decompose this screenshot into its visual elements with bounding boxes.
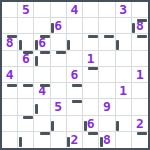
given-digit-r5c9[interactable]: 1	[132, 67, 148, 83]
cell-r9c8[interactable]	[116, 132, 132, 148]
cell-r2c7[interactable]	[99, 18, 115, 34]
consecutive-marker-r1c9-r2c9	[137, 19, 147, 22]
consecutive-marker-r3c7-r3c8	[116, 40, 119, 50]
cell-r2c6[interactable]	[83, 18, 99, 34]
cell-r1c9[interactable]	[132, 2, 148, 18]
consecutive-marker-r3c1-r3c2	[19, 40, 22, 50]
cell-r3c4[interactable]	[51, 34, 67, 50]
consecutive-marker-r8c7-r8c8	[116, 121, 119, 131]
cell-r2c3[interactable]	[34, 18, 50, 34]
consecutive-marker-r2c9-r3c9	[137, 35, 147, 38]
given-digit-r1c8[interactable]: 3	[116, 2, 132, 18]
given-digit-r7c7[interactable]: 9	[99, 99, 115, 115]
cell-r6c9[interactable]	[132, 83, 148, 99]
cell-r5c2[interactable]	[18, 67, 34, 83]
consecutive-marker-r9c4-r9c5	[67, 137, 70, 147]
consecutive-marker-r8c6-r9c6	[88, 132, 98, 135]
cell-r2c8[interactable]	[116, 18, 132, 34]
consecutive-marker-r5c3-r6c3	[40, 84, 50, 87]
given-digit-r1c2[interactable]: 5	[18, 2, 34, 18]
cell-r5c8[interactable]	[116, 67, 132, 83]
consecutive-marker-r7c2-r8c2	[23, 116, 33, 119]
cell-r7c6[interactable]	[83, 99, 99, 115]
consecutive-marker-r5c5-r6c5	[72, 84, 82, 87]
cell-r6c6[interactable]	[83, 83, 99, 99]
consecutive-marker-r3c2-r4c2	[23, 51, 33, 54]
cell-r1c7[interactable]	[99, 2, 115, 18]
cell-r8c1[interactable]	[2, 116, 18, 132]
cell-r4c5[interactable]	[67, 51, 83, 67]
cell-r4c1[interactable]	[2, 51, 18, 67]
consecutive-marker-r8c3-r8c4	[51, 121, 54, 131]
consecutive-marker-r9c1-r9c2	[19, 137, 22, 147]
consecutive-marker-r2c8-r2c9	[132, 23, 135, 33]
consecutive-marker-r2c1-r3c1	[7, 35, 17, 38]
cell-r1c6[interactable]	[83, 2, 99, 18]
cell-r9c1[interactable]	[2, 132, 18, 148]
consecutive-marker-r8c5-r8c6	[84, 121, 87, 131]
cell-r7c9[interactable]	[132, 99, 148, 115]
cell-r6c4[interactable]	[51, 83, 67, 99]
cell-r8c3[interactable]	[34, 116, 50, 132]
cell-r7c2[interactable]	[18, 99, 34, 115]
consecutive-marker-r3c2-r3c3	[35, 40, 38, 50]
cell-r4c8[interactable]	[116, 51, 132, 67]
cell-r2c5[interactable]	[67, 18, 83, 34]
cell-r8c5[interactable]	[67, 116, 83, 132]
consecutive-marker-r7c2-r7c3	[35, 104, 38, 114]
cell-r4c9[interactable]	[132, 51, 148, 67]
consecutive-marker-r2c3-r2c4	[51, 23, 54, 33]
consecutive-marker-r8c3-r9c3	[40, 132, 50, 135]
cell-r5c7[interactable]	[99, 67, 115, 83]
consecutive-marker-r2c3-r3c3	[40, 35, 50, 38]
given-digit-r8c9[interactable]: 2	[132, 116, 148, 132]
consecutive-marker-r5c1-r6c1	[7, 84, 17, 87]
given-digit-r4c6[interactable]: 1	[83, 51, 99, 67]
sudoku-board: 54368866146141596228	[0, 0, 150, 150]
cell-r6c7[interactable]	[99, 83, 115, 99]
cell-r9c4[interactable]	[51, 132, 67, 148]
cell-r2c1[interactable]	[2, 18, 18, 34]
consecutive-marker-r2c7-r3c7	[104, 35, 114, 38]
cell-r1c3[interactable]	[34, 2, 50, 18]
given-digit-r5c5[interactable]: 6	[67, 67, 83, 83]
cell-r2c2[interactable]	[18, 18, 34, 34]
consecutive-marker-r5c2-r6c2	[23, 84, 33, 87]
consecutive-marker-r9c6-r9c7	[100, 137, 103, 147]
consecutive-marker-r2c6-r3c6	[88, 35, 98, 38]
cell-r5c4[interactable]	[51, 67, 67, 83]
consecutive-marker-r6c5-r7c5	[72, 100, 82, 103]
cell-r7c8[interactable]	[116, 99, 132, 115]
cell-r8c7[interactable]	[99, 116, 115, 132]
consecutive-marker-r3c3-r4c3	[40, 51, 50, 54]
given-digit-r5c1[interactable]: 4	[2, 67, 18, 83]
given-digit-r6c8[interactable]: 1	[116, 83, 132, 99]
cell-r4c7[interactable]	[99, 51, 115, 67]
cell-r5c3[interactable]	[34, 67, 50, 83]
cell-r1c1[interactable]	[2, 2, 18, 18]
consecutive-marker-r4c6-r5c6	[88, 67, 98, 70]
cell-r1c4[interactable]	[51, 2, 67, 18]
given-digit-r7c4[interactable]: 5	[51, 99, 67, 115]
consecutive-marker-r4c2-r4c3	[35, 56, 38, 66]
given-digit-r1c5[interactable]: 4	[67, 2, 83, 18]
consecutive-marker-r8c9-r9c9	[137, 132, 147, 135]
consecutive-marker-r3c4-r4c4	[56, 51, 66, 54]
consecutive-marker-r3c4-r3c5	[67, 40, 70, 50]
cell-r7c1[interactable]	[2, 99, 18, 115]
